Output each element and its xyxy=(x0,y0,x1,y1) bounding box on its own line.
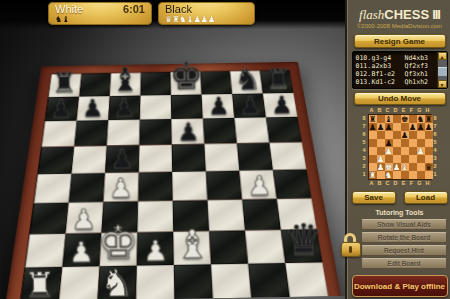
tutoring-tools-heading: Tutoring Tools xyxy=(347,209,450,216)
piece-white-king-c2[interactable]: ♚ xyxy=(96,221,138,265)
mini-square-d2: ♟ xyxy=(393,163,401,171)
mini-square-d6 xyxy=(393,131,401,139)
mini-square-d5 xyxy=(393,139,401,147)
move-row: 011.a2xb3Qf2xf3 xyxy=(356,62,436,70)
download-play-offline-button[interactable]: Download & Play offline xyxy=(352,275,448,297)
square-c6[interactable] xyxy=(106,120,139,146)
mini-square-d1 xyxy=(393,171,401,179)
square-b5[interactable] xyxy=(71,146,106,174)
mini-square-e1 xyxy=(401,171,409,179)
sidebar: flashCHESSIII ©2000-2008 MediaDivision.c… xyxy=(345,0,450,299)
square-d3[interactable] xyxy=(137,201,173,233)
piece-black-rook-a8[interactable]: ♜ xyxy=(50,69,76,96)
mini-board: ABCDEFGH 87654321 ♜♝♚♞♜♟♟♟♟♟♟♟♟♟♟♟♟♚♟♝♛♜… xyxy=(361,107,439,187)
mini-piece-white-knight-c1: ♞ xyxy=(385,171,393,179)
captured-pawn-icon: ♟ xyxy=(201,15,208,24)
mini-square-g4: ♟ xyxy=(417,147,425,155)
mini-square-b1 xyxy=(377,171,385,179)
piece-black-pawn-b7[interactable]: ♟ xyxy=(81,97,103,120)
square-h7[interactable]: ♟ xyxy=(262,93,297,118)
mini-square-g3 xyxy=(417,155,425,163)
piece-white-pawn-b2[interactable]: ♟ xyxy=(67,238,93,266)
mini-square-a7: ♟ xyxy=(369,123,377,131)
mini-piece-white-pawn-c4: ♟ xyxy=(385,147,393,155)
square-g2[interactable] xyxy=(245,230,285,264)
mini-square-d4 xyxy=(393,147,401,155)
mini-square-a6 xyxy=(369,131,377,139)
mini-square-f2 xyxy=(409,163,417,171)
mini-piece-black-pawn-b7: ♟ xyxy=(377,123,385,131)
piece-white-pawn-d2[interactable]: ♟ xyxy=(141,237,167,265)
square-a5[interactable] xyxy=(38,146,74,174)
mini-square-h4 xyxy=(425,147,433,155)
mini-square-c4: ♟ xyxy=(385,147,393,155)
tutoring-button-rotate-the-board[interactable]: Rotate the Board xyxy=(361,232,447,243)
square-h8[interactable]: ♜ xyxy=(259,70,293,93)
board-viewport: ♜♝♚♞♜♟♟♟♟♟♟♟♟♟♟♟♟♚♟♝♛♜♞ xyxy=(0,23,345,299)
mini-piece-black-pawn-e6: ♟ xyxy=(401,131,409,139)
top-bar: White 6:01 ♞♝ Black ♛♜♞♝♟♟♟ xyxy=(0,0,345,29)
captured-pawn-icon: ♟ xyxy=(194,15,201,24)
piece-black-pawn-c7[interactable]: ♟ xyxy=(112,96,134,119)
move-row: 010.g3-g4Nd4xb3 xyxy=(356,54,436,62)
square-a1[interactable]: ♜ xyxy=(20,267,62,299)
tutoring-button-show-visual-aids[interactable]: Show Visual Aids xyxy=(361,219,447,230)
mini-board-files-bottom: ABCDEFGH xyxy=(361,180,439,187)
square-g3[interactable] xyxy=(242,199,281,231)
mini-square-b7: ♟ xyxy=(377,123,385,131)
mini-piece-black-pawn-g7: ♟ xyxy=(417,123,425,131)
mini-square-c7: ♟ xyxy=(385,123,393,131)
flashchess-app: White 6:01 ♞♝ Black ♛♜♞♝♟♟♟ ♜♝♚♞♜♟♟♟♟♟♟♟… xyxy=(0,0,450,299)
copyright-text: ©2000-2008 MediaDivision.com xyxy=(347,23,450,29)
mini-piece-black-pawn-h7: ♟ xyxy=(425,123,433,131)
square-g4[interactable]: ♟ xyxy=(239,170,276,200)
square-e8[interactable]: ♚ xyxy=(170,72,201,95)
square-b7[interactable]: ♟ xyxy=(76,96,109,121)
mini-square-a3 xyxy=(369,155,377,163)
square-c8[interactable]: ♝ xyxy=(109,73,140,96)
mini-square-a4 xyxy=(369,147,377,155)
mini-square-g2 xyxy=(417,163,425,171)
undo-move-button[interactable]: Undo Move xyxy=(354,92,446,105)
piece-white-pawn-c4[interactable]: ♟ xyxy=(108,175,132,201)
square-b1[interactable] xyxy=(58,266,99,299)
mini-square-b6 xyxy=(377,131,385,139)
square-d7[interactable] xyxy=(139,95,171,120)
square-h6[interactable] xyxy=(266,117,302,143)
mini-board-ranks-left: 87654321 xyxy=(361,114,368,180)
save-button[interactable]: Save xyxy=(352,191,396,204)
mini-square-g6 xyxy=(417,131,425,139)
piece-black-queen-h2[interactable]: ♛ xyxy=(283,220,323,262)
mini-piece-white-rook-a1: ♜ xyxy=(369,171,377,179)
white-player-label: White xyxy=(55,3,83,15)
mini-square-f4 xyxy=(409,147,417,155)
square-h5[interactable] xyxy=(269,142,306,170)
square-d6[interactable] xyxy=(139,119,172,145)
app-logo: flashCHESSIII xyxy=(347,5,450,23)
piece-black-pawn-f7[interactable]: ♟ xyxy=(207,94,229,117)
square-f6[interactable] xyxy=(202,118,236,144)
logo-chess-text: CHESS xyxy=(384,7,429,22)
mini-board-ranks-right: 87654321 xyxy=(432,114,439,180)
player-plate-white: White 6:01 ♞♝ xyxy=(48,2,152,25)
square-f1[interactable] xyxy=(210,264,250,299)
mini-square-g7: ♟ xyxy=(417,123,425,131)
move-row: 013.Kd1-c2Qh1xh2 xyxy=(356,78,436,86)
mini-square-f1 xyxy=(409,171,417,179)
square-f4[interactable] xyxy=(205,171,241,201)
square-a6[interactable] xyxy=(41,121,76,147)
black-captured-tray: ♛♜♞♝♟♟♟ xyxy=(165,16,215,24)
mini-square-a5 xyxy=(369,139,377,147)
mini-square-a1: ♜ xyxy=(369,171,377,179)
captured-bishop-icon: ♝ xyxy=(62,15,69,24)
square-f7[interactable]: ♟ xyxy=(201,94,234,119)
mini-square-f6 xyxy=(409,131,417,139)
square-b8[interactable] xyxy=(79,73,111,96)
piece-black-knight-g8[interactable]: ♞ xyxy=(233,65,260,94)
square-d2[interactable]: ♟ xyxy=(136,232,173,266)
piece-white-pawn-b3[interactable]: ♟ xyxy=(70,206,95,233)
white-captured-tray: ♞♝ xyxy=(55,16,69,24)
chess-board-3d: ♜♝♚♞♜♟♟♟♟♟♟♟♟♟♟♟♟♚♟♝♛♜♞ xyxy=(3,62,343,299)
mini-piece-white-pawn-g4: ♟ xyxy=(417,147,425,155)
square-b2[interactable]: ♟ xyxy=(62,233,101,267)
square-e5[interactable] xyxy=(171,144,205,172)
square-g5[interactable] xyxy=(236,143,272,171)
mini-square-e5 xyxy=(401,139,409,147)
mini-square-h1 xyxy=(425,171,433,179)
square-d5[interactable] xyxy=(138,145,172,173)
captured-bishop-icon: ♝ xyxy=(187,15,194,24)
square-h2[interactable]: ♛ xyxy=(280,229,322,263)
piece-black-pawn-e6[interactable]: ♟ xyxy=(176,120,199,144)
mini-piece-black-queen-h2: ♛ xyxy=(425,163,433,171)
mini-square-g1 xyxy=(417,171,425,179)
mini-piece-black-pawn-f7: ♟ xyxy=(409,123,417,131)
square-g1[interactable] xyxy=(248,263,290,299)
mini-piece-black-pawn-c7: ♟ xyxy=(385,123,393,131)
mini-square-f5 xyxy=(409,139,417,147)
piece-black-rook-h8[interactable]: ♜ xyxy=(264,66,290,93)
square-a7[interactable]: ♟ xyxy=(45,97,79,122)
mini-piece-black-king-e8: ♚ xyxy=(401,115,409,123)
mini-square-b5 xyxy=(377,139,385,147)
square-e2[interactable]: ♝ xyxy=(173,231,211,265)
piece-white-knight-c1[interactable]: ♞ xyxy=(99,265,133,299)
mini-square-e4 xyxy=(401,147,409,155)
square-c4[interactable]: ♟ xyxy=(103,172,138,202)
mini-square-e6: ♟ xyxy=(401,131,409,139)
piece-white-bishop-e2[interactable]: ♝ xyxy=(174,226,210,264)
move-list-lines: 010.g3-g4Nd4xb3011.a2xb3Qf2xf3012.Bf1-e2… xyxy=(353,52,437,88)
tutoring-tools-list: Show Visual AidsRotate the BoardRequest … xyxy=(361,219,447,269)
resign-game-button[interactable]: Resign Game xyxy=(354,34,446,48)
square-f8[interactable] xyxy=(200,71,232,94)
tutoring-button-edit-board[interactable]: Edit Board xyxy=(361,258,447,269)
square-a4[interactable] xyxy=(34,174,72,204)
mini-square-b2: ♟ xyxy=(377,163,385,171)
captured-pawn-icon: ♟ xyxy=(208,15,215,24)
square-g6[interactable] xyxy=(234,117,269,143)
mini-piece-white-pawn-b2: ♟ xyxy=(377,163,385,171)
square-f2[interactable] xyxy=(209,231,248,265)
scrollbar-track[interactable] xyxy=(438,60,447,80)
move-row: 012.Bf1-e2Qf3xh1 xyxy=(356,70,436,78)
square-c5[interactable]: ♟ xyxy=(105,145,139,173)
mini-square-e2: ♝ xyxy=(401,163,409,171)
padlock-icon xyxy=(340,233,362,259)
mini-piece-white-pawn-d2: ♟ xyxy=(393,163,401,171)
board-scene: ♜♝♚♞♜♟♟♟♟♟♟♟♟♟♟♟♟♚♟♝♛♜♞ xyxy=(0,23,345,299)
scrollbar-thumb[interactable] xyxy=(438,67,447,76)
square-a8[interactable]: ♜ xyxy=(48,74,81,97)
logo-flash-text: flash xyxy=(359,7,384,22)
move-list-scrollbar[interactable]: ▲ ▼ xyxy=(437,52,447,88)
square-c7[interactable]: ♟ xyxy=(108,96,140,121)
square-h1[interactable] xyxy=(285,262,328,298)
tutoring-button-request-hint[interactable]: Request Hint xyxy=(361,245,447,256)
board-3d-grid: ♜♝♚♞♜♟♟♟♟♟♟♟♟♟♟♟♟♚♟♝♛♜♞ xyxy=(19,70,327,299)
square-c1[interactable]: ♞ xyxy=(97,266,136,299)
mini-board-files-top: ABCDEFGH xyxy=(361,107,439,114)
black-player-label: Black xyxy=(165,3,192,15)
mini-board-grid: ♜♝♚♞♜♟♟♟♟♟♟♟♟♟♟♟♟♚♟♝♛♜♞ xyxy=(368,114,432,180)
mini-square-d8 xyxy=(393,115,401,123)
square-e7[interactable] xyxy=(171,95,203,120)
square-d8[interactable] xyxy=(140,72,171,95)
load-button[interactable]: Load xyxy=(404,191,448,204)
mini-square-f7: ♟ xyxy=(409,123,417,131)
piece-black-bishop-c8[interactable]: ♝ xyxy=(110,64,139,95)
mini-square-h5 xyxy=(425,139,433,147)
piece-black-pawn-g7[interactable]: ♟ xyxy=(238,94,260,117)
square-h4[interactable] xyxy=(273,169,312,199)
square-f5[interactable] xyxy=(204,143,239,171)
square-a2[interactable] xyxy=(25,234,65,268)
mini-square-f3 xyxy=(409,155,417,163)
square-g8[interactable]: ♞ xyxy=(230,71,263,94)
mini-square-e8: ♚ xyxy=(401,115,409,123)
square-b4[interactable] xyxy=(68,173,104,203)
piece-black-king-e8[interactable]: ♚ xyxy=(168,58,202,94)
mini-square-c1: ♞ xyxy=(385,171,393,179)
square-f3[interactable] xyxy=(207,200,245,232)
square-d4[interactable] xyxy=(138,172,173,202)
square-e6[interactable]: ♟ xyxy=(171,119,204,145)
piece-white-pawn-g4[interactable]: ♟ xyxy=(247,173,271,199)
square-b6[interactable] xyxy=(74,120,108,146)
scroll-up-icon[interactable]: ▲ xyxy=(438,52,447,60)
piece-black-pawn-c5[interactable]: ♟ xyxy=(109,147,133,172)
game-area: White 6:01 ♞♝ Black ♛♜♞♝♟♟♟ ♜♝♚♞♜♟♟♟♟♟♟♟… xyxy=(0,0,345,299)
mini-square-h6 xyxy=(425,131,433,139)
mini-piece-white-bishop-e2: ♝ xyxy=(401,163,409,171)
mini-square-h7: ♟ xyxy=(425,123,433,131)
mini-square-h2: ♛ xyxy=(425,163,433,171)
logo-roman-numeral: III xyxy=(432,7,440,22)
captured-knight-icon: ♞ xyxy=(179,15,186,24)
square-e1[interactable] xyxy=(173,264,212,299)
mini-square-d7 xyxy=(393,123,401,131)
move-list[interactable]: 010.g3-g4Nd4xb3011.a2xb3Qf2xf3012.Bf1-e2… xyxy=(352,51,448,89)
square-d1[interactable] xyxy=(135,265,174,299)
white-clock: 6:01 xyxy=(123,3,145,15)
piece-black-pawn-h7[interactable]: ♟ xyxy=(270,93,292,116)
square-g7[interactable]: ♟ xyxy=(232,93,266,118)
piece-white-rook-a1[interactable]: ♜ xyxy=(23,268,55,299)
scroll-down-icon[interactable]: ▼ xyxy=(438,80,447,88)
mini-piece-black-pawn-a7: ♟ xyxy=(369,123,377,131)
square-e4[interactable] xyxy=(172,171,207,201)
player-plate-black: Black ♛♜♞♝♟♟♟ xyxy=(158,2,255,25)
piece-black-pawn-a7[interactable]: ♟ xyxy=(49,97,71,120)
square-a3[interactable] xyxy=(29,203,68,235)
